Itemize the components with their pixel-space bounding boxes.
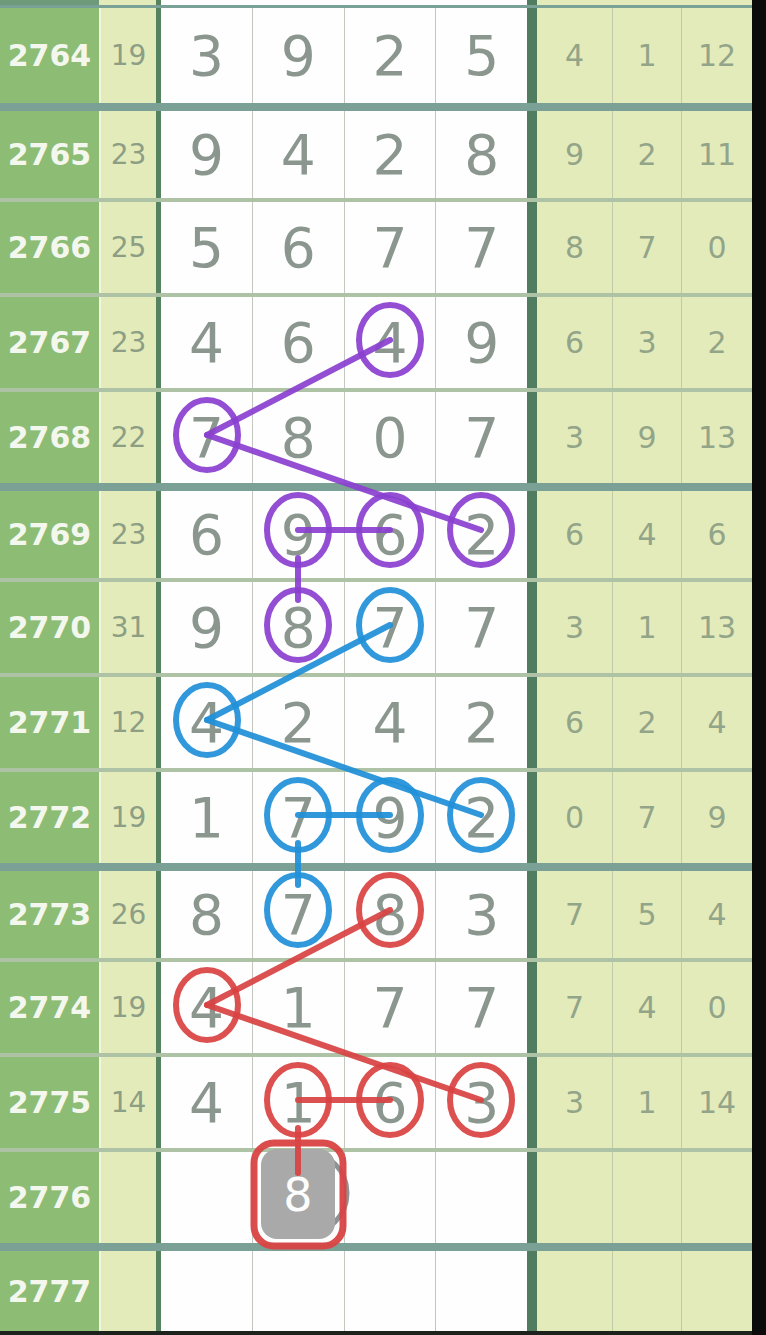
stat-cell-2769-1: 6 bbox=[537, 491, 612, 578]
stat-cell-2777-2 bbox=[612, 1251, 681, 1331]
stat-cell-2770-1: 3 bbox=[537, 582, 612, 673]
stat-cell-2768-1: 3 bbox=[537, 392, 612, 483]
digit-cell-2766-3: 7 bbox=[344, 202, 436, 293]
issue-cell: 2767 bbox=[0, 297, 99, 388]
stat-cell-2765-2: 2 bbox=[612, 111, 681, 198]
digit-cell-2777-4 bbox=[435, 1251, 527, 1331]
digit-cell-2774-1: 4 bbox=[161, 962, 252, 1053]
digit-group: 1792 bbox=[156, 772, 527, 863]
stat-cell-2776-1 bbox=[537, 1152, 612, 1243]
digit-cell-2764-1: 3 bbox=[161, 8, 252, 103]
sum-cell bbox=[99, 1152, 156, 1243]
grid-divider bbox=[527, 297, 537, 388]
digit-cell-2770-1: 9 bbox=[161, 582, 252, 673]
digit-cell-2772-1: 1 bbox=[161, 772, 252, 863]
digit-cell-2765-2: 4 bbox=[252, 111, 344, 198]
stat-cell-2765-1: 9 bbox=[537, 111, 612, 198]
digit-group bbox=[156, 1251, 527, 1331]
top-edge-sum-col bbox=[99, 0, 156, 5]
stat-cell-2768-2: 9 bbox=[612, 392, 681, 483]
digit-cell-2776-4 bbox=[435, 1152, 527, 1243]
row-2777: 2777 bbox=[0, 1243, 766, 1331]
digit-cell-2777-2 bbox=[252, 1251, 344, 1331]
digit-cell-2771-1: 4 bbox=[161, 677, 252, 768]
digit-cell-2772-2: 7 bbox=[252, 772, 344, 863]
digit-cell-2765-4: 8 bbox=[435, 111, 527, 198]
digit-group: 6962 bbox=[156, 491, 527, 578]
digit-cell-2775-3: 6 bbox=[344, 1057, 436, 1148]
digit-cell-2770-3: 7 bbox=[344, 582, 436, 673]
stat-cell-2766-2: 7 bbox=[612, 202, 681, 293]
stat-cell-2766-3: 0 bbox=[681, 202, 752, 293]
grid-divider bbox=[527, 392, 537, 483]
row-2774: 2774194177740 bbox=[0, 958, 766, 1053]
digit-group: 7807 bbox=[156, 392, 527, 483]
stat-cell-2771-3: 4 bbox=[681, 677, 752, 768]
stat-cell-2764-3: 12 bbox=[681, 8, 752, 103]
top-edge-partial-row bbox=[0, 0, 766, 8]
issue-cell: 2768 bbox=[0, 392, 99, 483]
digit-cell-2774-3: 7 bbox=[344, 962, 436, 1053]
digit-cell-2773-3: 8 bbox=[344, 871, 436, 958]
grid-divider bbox=[527, 491, 537, 578]
issue-cell: 2772 bbox=[0, 772, 99, 863]
sum-cell: 23 bbox=[99, 111, 156, 198]
row-2766: 2766255677870 bbox=[0, 198, 766, 293]
stat-cell-2777-1 bbox=[537, 1251, 612, 1331]
stat-cell-2775-1: 3 bbox=[537, 1057, 612, 1148]
digit-cell-2766-2: 6 bbox=[252, 202, 344, 293]
digit-cell-2775-4: 3 bbox=[435, 1057, 527, 1148]
digit-cell-2768-2: 8 bbox=[252, 392, 344, 483]
stat-cell-2771-1: 6 bbox=[537, 677, 612, 768]
sum-cell: 31 bbox=[99, 582, 156, 673]
digit-cell-2772-3: 9 bbox=[344, 772, 436, 863]
stat-cell-2772-2: 7 bbox=[612, 772, 681, 863]
sum-cell: 19 bbox=[99, 962, 156, 1053]
stat-cell-2775-3: 14 bbox=[681, 1057, 752, 1148]
digit-cell-2770-2: 8 bbox=[252, 582, 344, 673]
digit-cell-2776-2 bbox=[252, 1152, 344, 1243]
trend-table: 2764193925411227652394289211276625567787… bbox=[0, 8, 766, 1331]
row-2765: 27652394289211 bbox=[0, 103, 766, 198]
sum-cell: 22 bbox=[99, 392, 156, 483]
sum-cell: 23 bbox=[99, 491, 156, 578]
stat-cell-2767-2: 3 bbox=[612, 297, 681, 388]
digit-cell-2768-3: 0 bbox=[344, 392, 436, 483]
stat-cell-2774-2: 4 bbox=[612, 962, 681, 1053]
top-edge-issue-col bbox=[0, 0, 99, 5]
stat-cell-2773-3: 4 bbox=[681, 871, 752, 958]
grid-divider bbox=[527, 1251, 537, 1331]
stat-cell-2773-2: 5 bbox=[612, 871, 681, 958]
sum-cell bbox=[99, 1251, 156, 1331]
digit-group: 4163 bbox=[156, 1057, 527, 1148]
stat-cell-2775-2: 1 bbox=[612, 1057, 681, 1148]
digit-cell-2766-1: 5 bbox=[161, 202, 252, 293]
digit-cell-2767-3: 4 bbox=[344, 297, 436, 388]
issue-cell: 2766 bbox=[0, 202, 99, 293]
stat-cell-2776-3 bbox=[681, 1152, 752, 1243]
digit-group: 8783 bbox=[156, 871, 527, 958]
row-2768: 27682278073913 bbox=[0, 388, 766, 483]
grid-divider bbox=[527, 111, 537, 198]
digit-group: 4177 bbox=[156, 962, 527, 1053]
row-2767: 2767234649632 bbox=[0, 293, 766, 388]
digit-cell-2765-1: 9 bbox=[161, 111, 252, 198]
digit-cell-2767-2: 6 bbox=[252, 297, 344, 388]
digit-group: 4242 bbox=[156, 677, 527, 768]
stat-cell-2769-2: 4 bbox=[612, 491, 681, 578]
row-2775: 27751441633114 bbox=[0, 1053, 766, 1148]
stat-cell-2767-3: 2 bbox=[681, 297, 752, 388]
digit-cell-2769-1: 6 bbox=[161, 491, 252, 578]
digit-cell-2775-2: 1 bbox=[252, 1057, 344, 1148]
grid-divider bbox=[527, 677, 537, 768]
top-edge-stats-col bbox=[537, 0, 752, 5]
digit-cell-2771-3: 4 bbox=[344, 677, 436, 768]
grid-divider bbox=[527, 962, 537, 1053]
sum-cell: 19 bbox=[99, 8, 156, 103]
stat-cell-2768-3: 13 bbox=[681, 392, 752, 483]
stat-cell-2769-3: 6 bbox=[681, 491, 752, 578]
lottery-trend-chart: 2764193925411227652394289211276625567787… bbox=[0, 0, 766, 1335]
top-edge-divider bbox=[527, 0, 537, 5]
digit-cell-2776-1 bbox=[161, 1152, 252, 1243]
row-2770: 27703198773113 bbox=[0, 578, 766, 673]
sum-cell: 25 bbox=[99, 202, 156, 293]
digit-group: 4649 bbox=[156, 297, 527, 388]
sum-cell: 14 bbox=[99, 1057, 156, 1148]
stat-cell-2772-3: 9 bbox=[681, 772, 752, 863]
digit-cell-2766-4: 7 bbox=[435, 202, 527, 293]
digit-cell-2768-4: 7 bbox=[435, 392, 527, 483]
digit-cell-2770-4: 7 bbox=[435, 582, 527, 673]
row-2773: 2773268783754 bbox=[0, 863, 766, 958]
top-edge-main-grid bbox=[156, 0, 527, 5]
sum-cell: 23 bbox=[99, 297, 156, 388]
issue-cell: 2771 bbox=[0, 677, 99, 768]
digit-cell-2777-3 bbox=[344, 1251, 436, 1331]
digit-cell-2775-1: 4 bbox=[161, 1057, 252, 1148]
digit-group: 5677 bbox=[156, 202, 527, 293]
stat-cell-2770-2: 1 bbox=[612, 582, 681, 673]
row-2764: 27641939254112 bbox=[0, 8, 766, 103]
bottom-edge bbox=[0, 1331, 766, 1335]
stat-cell-2774-3: 0 bbox=[681, 962, 752, 1053]
digit-cell-2771-2: 2 bbox=[252, 677, 344, 768]
issue-cell: 2774 bbox=[0, 962, 99, 1053]
sum-cell: 26 bbox=[99, 871, 156, 958]
digit-group: 9428 bbox=[156, 111, 527, 198]
row-2771: 2771124242624 bbox=[0, 673, 766, 768]
digit-cell-2773-1: 8 bbox=[161, 871, 252, 958]
stat-cell-2777-3 bbox=[681, 1251, 752, 1331]
stat-cell-2765-3: 11 bbox=[681, 111, 752, 198]
row-2769: 2769236962646 bbox=[0, 483, 766, 578]
digit-cell-2769-4: 2 bbox=[435, 491, 527, 578]
digit-cell-2773-2: 7 bbox=[252, 871, 344, 958]
digit-cell-2769-3: 6 bbox=[344, 491, 436, 578]
grid-divider bbox=[527, 202, 537, 293]
grid-divider bbox=[527, 1057, 537, 1148]
row-2772: 2772191792079 bbox=[0, 768, 766, 863]
stat-cell-2764-2: 1 bbox=[612, 8, 681, 103]
digit-cell-2764-4: 5 bbox=[435, 8, 527, 103]
stat-cell-2771-2: 2 bbox=[612, 677, 681, 768]
digit-cell-2768-1: 7 bbox=[161, 392, 252, 483]
digit-cell-2776-3 bbox=[344, 1152, 436, 1243]
issue-cell: 2765 bbox=[0, 111, 99, 198]
issue-cell: 2776 bbox=[0, 1152, 99, 1243]
grid-divider bbox=[527, 8, 537, 103]
issue-cell: 2773 bbox=[0, 871, 99, 958]
sum-cell: 19 bbox=[99, 772, 156, 863]
issue-cell: 2777 bbox=[0, 1251, 99, 1331]
digit-cell-2764-3: 2 bbox=[344, 8, 436, 103]
grid-divider bbox=[527, 1152, 537, 1243]
digit-cell-2772-4: 2 bbox=[435, 772, 527, 863]
stat-cell-2766-1: 8 bbox=[537, 202, 612, 293]
grid-divider bbox=[527, 582, 537, 673]
digit-group: 9877 bbox=[156, 582, 527, 673]
digit-group bbox=[156, 1152, 527, 1243]
digit-cell-2765-3: 2 bbox=[344, 111, 436, 198]
stat-cell-2774-1: 7 bbox=[537, 962, 612, 1053]
issue-cell: 2764 bbox=[0, 8, 99, 103]
digit-group: 3925 bbox=[156, 8, 527, 103]
digit-cell-2771-4: 2 bbox=[435, 677, 527, 768]
issue-cell: 2770 bbox=[0, 582, 99, 673]
stat-cell-2764-1: 4 bbox=[537, 8, 612, 103]
stat-cell-2776-2 bbox=[612, 1152, 681, 1243]
digit-cell-2767-4: 9 bbox=[435, 297, 527, 388]
digit-cell-2767-1: 4 bbox=[161, 297, 252, 388]
stat-cell-2772-1: 0 bbox=[537, 772, 612, 863]
digit-cell-2774-2: 1 bbox=[252, 962, 344, 1053]
digit-cell-2769-2: 9 bbox=[252, 491, 344, 578]
screen-right-edge bbox=[752, 0, 766, 1335]
digit-cell-2764-2: 9 bbox=[252, 8, 344, 103]
stat-cell-2767-1: 6 bbox=[537, 297, 612, 388]
digit-cell-2774-4: 7 bbox=[435, 962, 527, 1053]
stat-cell-2770-3: 13 bbox=[681, 582, 752, 673]
grid-divider bbox=[527, 871, 537, 958]
digit-cell-2773-4: 3 bbox=[435, 871, 527, 958]
issue-cell: 2769 bbox=[0, 491, 99, 578]
digit-cell-2777-1 bbox=[161, 1251, 252, 1331]
issue-cell: 2775 bbox=[0, 1057, 99, 1148]
sum-cell: 12 bbox=[99, 677, 156, 768]
row-2776: 2776 bbox=[0, 1148, 766, 1243]
stat-cell-2773-1: 7 bbox=[537, 871, 612, 958]
grid-divider bbox=[527, 772, 537, 863]
